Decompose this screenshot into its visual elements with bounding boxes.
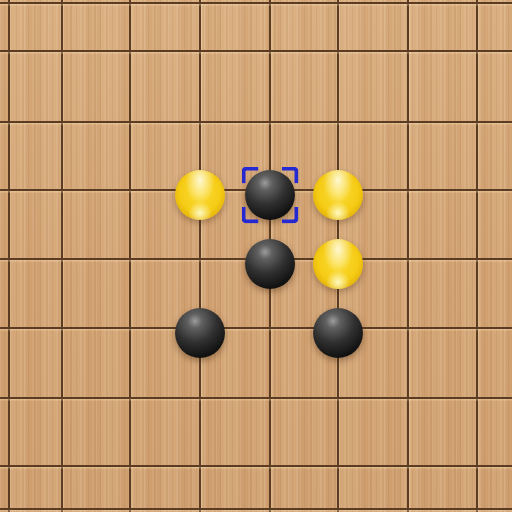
gomoku-app-screen — [0, 0, 512, 512]
grid-line-horizontal — [0, 397, 512, 400]
grid-line-horizontal — [0, 2, 512, 5]
black-stone[interactable] — [313, 308, 363, 358]
grid-line-horizontal — [0, 508, 512, 511]
grid-line-vertical — [476, 0, 479, 512]
black-stone[interactable] — [245, 170, 295, 220]
yellow-stone[interactable] — [313, 170, 363, 220]
grid-line-vertical — [61, 0, 64, 512]
grid-line-vertical — [407, 0, 410, 512]
yellow-stone[interactable] — [313, 239, 363, 289]
grid-line-vertical — [199, 0, 202, 512]
grid-line-vertical — [129, 0, 132, 512]
grid-line-horizontal — [0, 327, 512, 330]
grid-line-horizontal — [0, 465, 512, 468]
yellow-stone[interactable] — [175, 170, 225, 220]
black-stone[interactable] — [245, 239, 295, 289]
grid-line-horizontal — [0, 50, 512, 53]
grid-line-vertical — [8, 0, 11, 512]
black-stone[interactable] — [175, 308, 225, 358]
grid-line-horizontal — [0, 121, 512, 124]
